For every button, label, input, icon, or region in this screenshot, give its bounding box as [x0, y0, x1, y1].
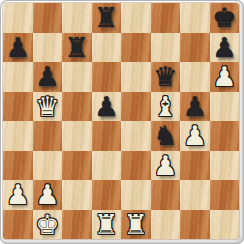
white-pawn: ♟	[6, 180, 30, 210]
square-g4[interactable]: ♟	[180, 121, 210, 151]
square-g3[interactable]	[180, 151, 210, 181]
black-king: ♚	[212, 3, 236, 33]
square-b7[interactable]	[33, 33, 63, 63]
square-h1[interactable]	[210, 210, 240, 240]
square-e5[interactable]	[121, 92, 151, 122]
square-a2[interactable]: ♟	[3, 180, 33, 210]
square-c2[interactable]	[62, 180, 92, 210]
white-pawn: ♟	[183, 121, 207, 151]
white-rook: ♜	[124, 210, 148, 240]
square-e3[interactable]	[121, 151, 151, 181]
square-c4[interactable]	[62, 121, 92, 151]
square-d7[interactable]	[92, 33, 122, 63]
square-e8[interactable]	[121, 3, 151, 33]
square-d4[interactable]	[92, 121, 122, 151]
square-e6[interactable]	[121, 62, 151, 92]
square-b4[interactable]	[33, 121, 63, 151]
square-a6[interactable]	[3, 62, 33, 92]
square-b5[interactable]: ♛	[33, 92, 63, 122]
square-h7[interactable]: ♟	[210, 33, 240, 63]
square-a4[interactable]	[3, 121, 33, 151]
square-e2[interactable]	[121, 180, 151, 210]
square-g2[interactable]	[180, 180, 210, 210]
chess-board: ♜♚♟♜♟♟♛♟♛♟♝♟♞♟♟♟♟♚♜♜	[3, 3, 239, 239]
square-g5[interactable]: ♟	[180, 92, 210, 122]
square-a1[interactable]	[3, 210, 33, 240]
square-c5[interactable]	[62, 92, 92, 122]
square-f3[interactable]: ♟	[151, 151, 181, 181]
square-a5[interactable]	[3, 92, 33, 122]
square-a3[interactable]	[3, 151, 33, 181]
square-h3[interactable]	[210, 151, 240, 181]
square-f2[interactable]	[151, 180, 181, 210]
square-e7[interactable]	[121, 33, 151, 63]
square-f8[interactable]	[151, 3, 181, 33]
square-f6[interactable]: ♛	[151, 62, 181, 92]
white-king: ♚	[35, 210, 59, 240]
square-d1[interactable]: ♜	[92, 210, 122, 240]
square-b3[interactable]	[33, 151, 63, 181]
square-b1[interactable]: ♚	[33, 210, 63, 240]
black-rook: ♜	[65, 33, 89, 63]
black-pawn: ♟	[6, 33, 30, 63]
black-knight: ♞	[153, 121, 177, 151]
square-a8[interactable]	[3, 3, 33, 33]
square-h2[interactable]	[210, 180, 240, 210]
square-c1[interactable]	[62, 210, 92, 240]
square-a7[interactable]: ♟	[3, 33, 33, 63]
square-d5[interactable]: ♟	[92, 92, 122, 122]
square-f1[interactable]	[151, 210, 181, 240]
square-g1[interactable]	[180, 210, 210, 240]
square-d3[interactable]	[92, 151, 122, 181]
square-f7[interactable]	[151, 33, 181, 63]
square-g6[interactable]	[180, 62, 210, 92]
square-h5[interactable]	[210, 92, 240, 122]
white-pawn: ♟	[153, 151, 177, 181]
square-b6[interactable]: ♟	[33, 62, 63, 92]
square-g7[interactable]	[180, 33, 210, 63]
white-pawn: ♟	[35, 180, 59, 210]
white-queen: ♛	[35, 92, 59, 122]
square-h6[interactable]: ♟	[210, 62, 240, 92]
white-pawn: ♟	[212, 62, 236, 92]
square-e4[interactable]	[121, 121, 151, 151]
square-c8[interactable]	[62, 3, 92, 33]
black-pawn: ♟	[212, 33, 236, 63]
square-c6[interactable]	[62, 62, 92, 92]
black-pawn: ♟	[35, 62, 59, 92]
square-d8[interactable]: ♜	[92, 3, 122, 33]
square-c7[interactable]: ♜	[62, 33, 92, 63]
black-pawn: ♟	[94, 92, 118, 122]
square-g8[interactable]	[180, 3, 210, 33]
square-d2[interactable]	[92, 180, 122, 210]
square-h4[interactable]	[210, 121, 240, 151]
square-f4[interactable]: ♞	[151, 121, 181, 151]
black-queen: ♛	[153, 62, 177, 92]
framed-diagram: ♜♚♟♜♟♟♛♟♛♟♝♟♞♟♟♟♟♚♜♜	[0, 0, 244, 244]
black-pawn: ♟	[183, 92, 207, 122]
square-d6[interactable]	[92, 62, 122, 92]
black-rook: ♜	[94, 3, 118, 33]
square-f5[interactable]: ♝	[151, 92, 181, 122]
square-b8[interactable]	[33, 3, 63, 33]
square-b2[interactable]: ♟	[33, 180, 63, 210]
square-e1[interactable]: ♜	[121, 210, 151, 240]
white-bishop: ♝	[153, 92, 177, 122]
square-h8[interactable]: ♚	[210, 3, 240, 33]
white-rook: ♜	[94, 210, 118, 240]
square-c3[interactable]	[62, 151, 92, 181]
